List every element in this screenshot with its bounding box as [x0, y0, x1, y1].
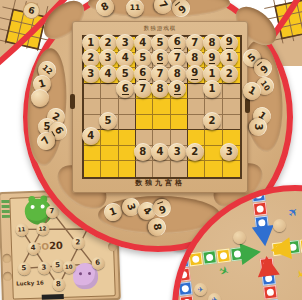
lucky-node-tile[interactable]: 10 [62, 260, 75, 273]
black-bar [42, 294, 64, 300]
sudoku-cell[interactable] [101, 161, 118, 177]
cell-dot [266, 288, 274, 296]
number-tile[interactable]: 8 [134, 143, 152, 161]
sudoku-cell[interactable] [205, 161, 222, 177]
number-tile[interactable] [31, 89, 49, 107]
tile-number: 7 [174, 53, 181, 63]
tile-number: 8 [99, 1, 110, 13]
tile-number: 7 [40, 135, 52, 147]
number-tile[interactable]: 2 [186, 143, 204, 161]
number-tile[interactable]: 3 [249, 118, 267, 136]
cell-dot [206, 254, 214, 262]
number-tile[interactable]: 4 [151, 143, 169, 161]
tile-number: 6 [122, 84, 129, 96]
tile-number: 9 [191, 68, 198, 80]
sudoku-cell[interactable] [188, 99, 205, 115]
sudoku-cell[interactable] [153, 161, 170, 177]
sudoku-cell[interactable] [101, 146, 118, 162]
tile-number: 5 [139, 53, 146, 63]
flying-chess-cell[interactable] [216, 249, 230, 263]
tile-number: 8 [191, 53, 198, 63]
tile-number: 3 [226, 147, 233, 157]
flying-chess-cell[interactable] [176, 268, 190, 282]
tile-number: 6 [139, 68, 146, 80]
sudoku-cell[interactable] [84, 84, 101, 100]
sudoku-cell[interactable] [171, 99, 188, 115]
flying-chess-cell[interactable] [178, 281, 192, 295]
sudoku-cell[interactable] [223, 115, 240, 131]
sudoku-cell[interactable] [205, 130, 222, 146]
lucky-node-tile[interactable]: 12 [36, 222, 49, 235]
tile-number: 8 [139, 147, 146, 157]
airplane-token[interactable]: ✈ [208, 293, 221, 300]
tile-number: 5 [122, 69, 129, 79]
tile-number: 6 [157, 53, 164, 65]
flying-chess-cell[interactable] [253, 202, 267, 216]
lucky-node-tile[interactable]: 11 [15, 223, 28, 236]
center-triangle [255, 255, 279, 278]
number-tile[interactable]: 4 [99, 65, 117, 83]
sudoku-cell[interactable] [136, 161, 153, 177]
tile-number: 3 [174, 147, 181, 157]
airplane-token[interactable] [233, 231, 246, 244]
lucky-node-tile[interactable]: 5 [17, 262, 30, 275]
tile-number: 6 [174, 37, 181, 49]
sudoku-cell[interactable] [223, 99, 240, 115]
sudoku-cell[interactable] [101, 130, 118, 146]
number-tile[interactable]: 5 [99, 112, 117, 130]
tile-number: 4 [122, 53, 129, 63]
sudoku-cell[interactable] [119, 130, 136, 146]
tile-number: 6 [157, 201, 167, 214]
tile-number: 11 [130, 4, 140, 12]
sudoku-cell[interactable] [171, 115, 188, 131]
tile-number: 1 [37, 78, 46, 89]
sudoku-cell[interactable] [119, 115, 136, 131]
cell-dot [180, 271, 188, 279]
tile-number: 3 [87, 69, 94, 79]
cell-dot [256, 205, 264, 213]
sudoku-cell[interactable] [84, 146, 101, 162]
tile-number: 8 [209, 38, 216, 48]
number-tile[interactable]: 4 [82, 127, 100, 145]
tile-number: 4 [105, 69, 112, 79]
tile-number: 8 [174, 69, 181, 79]
cell-dot [255, 191, 263, 199]
panel-top-label: 数独游戏棋 [72, 25, 248, 32]
tile-number: 7 [157, 69, 164, 79]
cell-dot [220, 252, 228, 260]
tile-number: 2 [226, 69, 233, 79]
number-tile[interactable]: 2 [203, 112, 221, 130]
tile-number: 1 [209, 69, 216, 79]
flying-chess-cell[interactable] [263, 285, 277, 299]
number-tile[interactable]: 3 [220, 143, 238, 161]
lucky-node-tile[interactable]: 3 [37, 261, 50, 274]
tile-number: 1 [209, 84, 216, 94]
center-triangle [252, 225, 276, 248]
flying-chess-cell[interactable] [189, 252, 203, 266]
lucky-node-tile[interactable]: 8 [52, 277, 65, 290]
tile-number: 3 [125, 202, 137, 212]
sudoku-cell[interactable] [188, 161, 205, 177]
tile-number: 5 [105, 116, 112, 126]
tile-number: 3 [105, 53, 112, 63]
panel-finger-notch-right[interactable] [245, 98, 250, 113]
lucky-node-tile[interactable]: 2 [71, 236, 84, 249]
sudoku-cell[interactable] [153, 99, 170, 115]
sudoku-cell[interactable] [84, 99, 101, 115]
tile-number: 2 [105, 38, 112, 48]
number-tile[interactable]: 3 [168, 143, 186, 161]
sudoku-cell[interactable] [153, 115, 170, 131]
sudoku-cell[interactable] [223, 161, 240, 177]
airplane-token[interactable] [273, 219, 286, 232]
number-tile[interactable]: 9 [186, 65, 204, 83]
product-photo-scene: 6 GO20 Lucky 16 71112245 [0, 0, 302, 300]
sudoku-cell[interactable] [136, 115, 153, 131]
airplane-icon: ✈ [217, 264, 231, 279]
airplane-icon: ✈ [293, 266, 302, 282]
flying-chess-cell[interactable] [300, 238, 302, 252]
tile-number: 3 [122, 38, 129, 48]
tile-number: 7 [157, 0, 169, 11]
tile-number: 4 [139, 38, 146, 48]
sudoku-cell[interactable] [171, 161, 188, 177]
tile-number: 2 [191, 147, 198, 157]
tile-number: 6 [175, 1, 188, 14]
airplane-icon: ✈ [286, 205, 302, 221]
sudoku-cell[interactable] [119, 161, 136, 177]
flying-chess-cell[interactable] [202, 250, 216, 264]
sudoku-cell[interactable] [84, 161, 101, 177]
tile-number: 4 [157, 147, 164, 157]
tile-number: 9 [209, 53, 216, 65]
tile-number: 5 [157, 38, 164, 48]
cell-dot [181, 285, 189, 293]
sudoku-cell[interactable] [119, 99, 136, 115]
tile-number: 2 [209, 116, 216, 126]
lucky-brand-label: Lucky 16 [16, 280, 44, 287]
tile-number: 1 [226, 53, 233, 63]
tile-number: 3 [253, 124, 263, 131]
number-tile[interactable]: 3 [82, 65, 100, 83]
lucky-node-tile[interactable]: 4 [26, 241, 39, 254]
tile-number: 7 [191, 38, 198, 48]
panel-finger-notch-left[interactable] [70, 94, 75, 109]
sudoku-cell[interactable] [223, 84, 240, 100]
sudoku-cell[interactable] [136, 99, 153, 115]
flying-chess-cell[interactable] [180, 295, 194, 300]
tile-number: 2 [87, 53, 94, 63]
tile-number: 1 [87, 38, 94, 48]
tile-number: 8 [157, 84, 164, 94]
tile-number: 8 [151, 223, 162, 232]
airplane-token[interactable]: ✈ [194, 283, 207, 296]
tile-number: 1 [108, 206, 118, 218]
cell-dot [192, 255, 200, 263]
tile-number: 9 [226, 37, 233, 49]
number-tile[interactable]: 7 [134, 80, 152, 98]
tile-number: 1 [246, 85, 257, 97]
tile-number: 4 [141, 205, 153, 217]
tile-number: 7 [139, 84, 146, 94]
tile-number: 9 [174, 84, 181, 96]
tile-number: 4 [87, 131, 94, 141]
tile-number: 6 [257, 61, 270, 74]
panel-bottom-label: 数独九宫格 [72, 178, 248, 188]
lucky-node-tile[interactable]: 6 [91, 256, 104, 269]
